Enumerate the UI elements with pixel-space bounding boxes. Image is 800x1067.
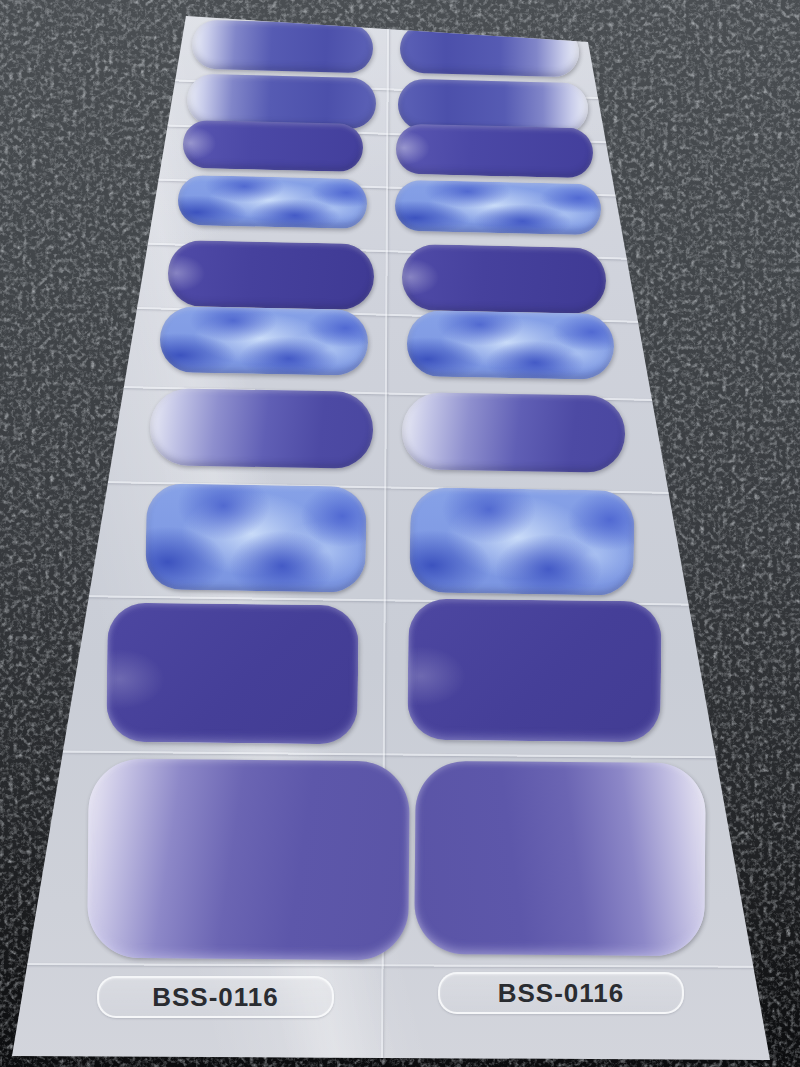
nail-strip-r5-right [401,244,606,314]
nail-strip-r10-left [87,759,410,961]
cut-line-h-7 [0,479,800,496]
nail-strip-r9-left [106,602,359,744]
nail-strip-r8-right [409,487,635,596]
nail-strip-r1-right [399,24,579,78]
nail-strip-r4-right [394,180,601,236]
product-code-text: BSS-0116 [498,978,625,1009]
cut-line-h-10 [0,963,800,968]
product-photo: BSS-0116 BSS-0116 [0,0,800,1067]
nail-strip-r10-right [414,761,706,957]
nail-strip-r6-left [159,306,368,376]
cut-line-h-8 [0,594,800,607]
nail-strip-r6-right [406,310,614,380]
nail-strip-r9-right [407,598,662,742]
nail-strip-r3-right [395,124,593,179]
nail-strip-r3-left [182,120,363,172]
product-code-label-right: BSS-0116 [438,972,684,1014]
cut-line-h-5 [0,303,800,327]
nail-strip-r5-left [167,240,374,310]
nail-strip-r7-right [401,392,625,473]
cut-line-h-4 [0,238,800,265]
product-code-label-left: BSS-0116 [97,976,334,1018]
nail-strip-r1-left [191,19,373,73]
nail-strip-r4-left [177,175,367,229]
nail-strip-r8-left [145,483,367,592]
cut-line-h-6 [0,383,800,405]
nail-strip-r7-left [149,388,373,469]
nail-wrap-sheet: BSS-0116 BSS-0116 [0,0,800,1067]
cut-line-h-9 [0,750,800,759]
product-code-text: BSS-0116 [152,982,279,1013]
